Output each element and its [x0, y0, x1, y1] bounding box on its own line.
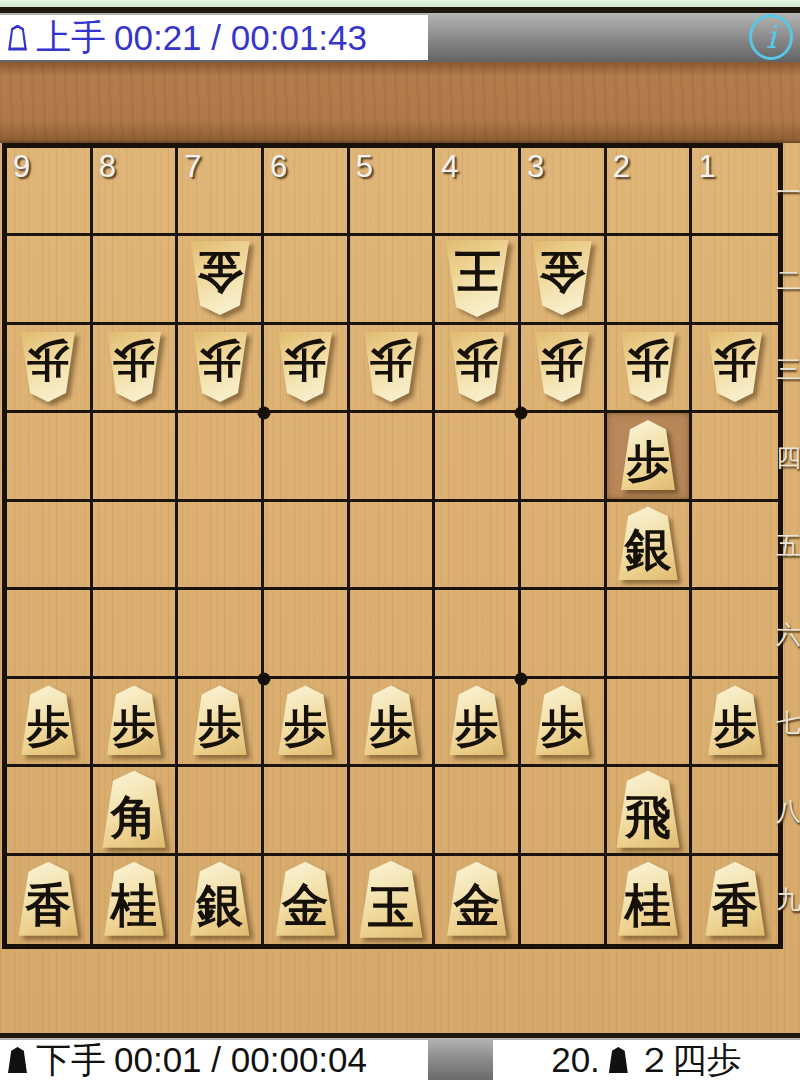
move-number: 20. — [551, 1040, 600, 1080]
board-frame-wood — [0, 62, 800, 143]
piece-kanji: 香 — [712, 882, 758, 928]
rank-label-7: 七 — [777, 679, 800, 767]
status-strip — [0, 0, 800, 7]
square-7-8[interactable] — [178, 767, 264, 855]
piece-sente-kei[interactable]: 桂 — [101, 862, 167, 936]
piece-sente-fu[interactable]: 歩 — [18, 685, 78, 755]
square-3-8[interactable] — [521, 767, 607, 855]
square-5-5[interactable] — [350, 502, 436, 590]
square-6-7[interactable]: 歩 — [264, 679, 350, 767]
piece-sente-kin[interactable]: 金 — [444, 862, 510, 936]
square-1-8[interactable] — [692, 767, 778, 855]
square-2-4[interactable]: 歩 — [607, 413, 693, 501]
gote-clock-panel: 上手 00:21 / 00:01:43 — [0, 15, 428, 60]
square-5-3[interactable]: 歩 — [350, 325, 436, 413]
shogi-board: 金王金歩歩歩歩歩歩歩歩歩歩銀歩歩歩歩歩歩歩歩角飛香桂銀金玉金桂香 9876543… — [2, 143, 783, 949]
rank-label-5: 五 — [777, 502, 800, 590]
piece-kanji: 歩 — [714, 705, 757, 748]
square-9-6[interactable] — [7, 590, 93, 678]
star-point — [257, 407, 270, 420]
square-1-5[interactable] — [692, 502, 778, 590]
piece-sente-fu[interactable]: 歩 — [532, 685, 592, 755]
piece-kanji: 歩 — [626, 339, 669, 382]
square-9-8[interactable] — [7, 767, 93, 855]
piece-kanji: 桂 — [625, 882, 671, 928]
star-point — [257, 672, 270, 685]
star-point — [515, 407, 528, 420]
piece-sente-fu[interactable]: 歩 — [361, 685, 421, 755]
piece-kanji: 飛 — [625, 794, 671, 840]
piece-gote-kin[interactable]: 金 — [187, 241, 253, 315]
square-2-2[interactable] — [607, 236, 693, 324]
piece-kanji: 歩 — [284, 705, 327, 748]
piece-gote-fu[interactable]: 歩 — [275, 332, 335, 402]
piece-gote-fu[interactable]: 歩 — [532, 332, 592, 402]
square-6-9[interactable]: 金 — [264, 856, 350, 944]
square-4-8[interactable] — [435, 767, 521, 855]
square-3-4[interactable] — [521, 413, 607, 501]
square-2-7[interactable] — [607, 679, 693, 767]
square-7-2[interactable]: 金 — [178, 236, 264, 324]
piece-kanji: 歩 — [27, 705, 70, 748]
square-5-1[interactable] — [350, 148, 436, 236]
piece-gote-fu[interactable]: 歩 — [18, 332, 78, 402]
piece-kanji: 歩 — [626, 440, 669, 483]
square-9-9[interactable]: 香 — [7, 856, 93, 944]
piece-kanji: 金 — [282, 882, 328, 928]
piece-kanji: 歩 — [455, 705, 498, 748]
piece-sente-fu[interactable]: 歩 — [705, 685, 765, 755]
piece-kanji: 歩 — [541, 339, 584, 382]
piece-gote-fu[interactable]: 歩 — [361, 332, 421, 402]
piece-sente-fu[interactable]: 歩 — [275, 685, 335, 755]
square-5-6[interactable] — [350, 590, 436, 678]
square-8-1[interactable] — [93, 148, 179, 236]
square-6-5[interactable] — [264, 502, 350, 590]
square-3-5[interactable] — [521, 502, 607, 590]
square-2-3[interactable]: 歩 — [607, 325, 693, 413]
piece-kanji: 金 — [197, 249, 243, 295]
square-3-1[interactable] — [521, 148, 607, 236]
square-1-2[interactable] — [692, 236, 778, 324]
piece-kanji: 銀 — [197, 882, 243, 928]
square-1-1[interactable] — [692, 148, 778, 236]
square-4-2[interactable]: 王 — [435, 236, 521, 324]
piece-kanji: 金 — [454, 882, 500, 928]
rank-labels: 一二三四五六七八九 — [777, 148, 800, 944]
piece-kanji: 歩 — [714, 339, 757, 382]
square-9-2[interactable] — [7, 236, 93, 324]
square-4-4[interactable] — [435, 413, 521, 501]
piece-kanji: 歩 — [455, 339, 498, 382]
square-2-1[interactable] — [607, 148, 693, 236]
square-7-1[interactable] — [178, 148, 264, 236]
square-3-7[interactable]: 歩 — [521, 679, 607, 767]
square-4-3[interactable]: 歩 — [435, 325, 521, 413]
square-2-9[interactable]: 桂 — [607, 856, 693, 944]
square-9-5[interactable] — [7, 502, 93, 590]
square-8-8[interactable]: 角 — [93, 767, 179, 855]
piece-gote-ou[interactable]: 王 — [442, 240, 512, 317]
piece-gote-fu[interactable]: 歩 — [447, 332, 507, 402]
square-8-3[interactable]: 歩 — [93, 325, 179, 413]
square-2-5[interactable]: 銀 — [607, 502, 693, 590]
square-3-2[interactable]: 金 — [521, 236, 607, 324]
square-7-6[interactable] — [178, 590, 264, 678]
square-5-8[interactable] — [350, 767, 436, 855]
square-6-3[interactable]: 歩 — [264, 325, 350, 413]
piece-sente-gin[interactable]: 銀 — [615, 506, 681, 580]
piece-sente-fu[interactable]: 歩 — [618, 420, 678, 490]
piece-kanji: 角 — [111, 794, 157, 840]
square-9-1[interactable] — [7, 148, 93, 236]
square-8-5[interactable] — [93, 502, 179, 590]
piece-sente-fu[interactable]: 歩 — [447, 685, 507, 755]
piece-kanji: 歩 — [112, 339, 155, 382]
piece-sente-kin[interactable]: 金 — [272, 862, 338, 936]
square-7-7[interactable]: 歩 — [178, 679, 264, 767]
piece-sente-kaku[interactable]: 角 — [99, 771, 169, 848]
square-6-8[interactable] — [264, 767, 350, 855]
square-1-9[interactable]: 香 — [692, 856, 778, 944]
piece-sente-kyo[interactable]: 香 — [702, 862, 768, 936]
last-move-panel: 20. ２四歩 — [493, 1040, 800, 1080]
square-1-4[interactable] — [692, 413, 778, 501]
square-3-3[interactable]: 歩 — [521, 325, 607, 413]
square-5-7[interactable]: 歩 — [350, 679, 436, 767]
rank-label-2: 二 — [777, 236, 800, 324]
piece-kanji: 歩 — [284, 339, 327, 382]
square-4-5[interactable] — [435, 502, 521, 590]
rank-label-8: 八 — [777, 767, 800, 855]
piece-kanji: 金 — [539, 249, 585, 295]
square-4-1[interactable] — [435, 148, 521, 236]
square-6-4[interactable] — [264, 413, 350, 501]
square-5-9[interactable]: 玉 — [350, 856, 436, 944]
square-8-7[interactable]: 歩 — [93, 679, 179, 767]
piece-gote-fu[interactable]: 歩 — [104, 332, 164, 402]
piece-kanji: 歩 — [198, 339, 241, 382]
piece-kanji: 銀 — [625, 526, 671, 572]
sente-player-label: 下手 — [36, 1037, 106, 1080]
square-4-9[interactable]: 金 — [435, 856, 521, 944]
square-7-5[interactable] — [178, 502, 264, 590]
piece-kanji: 歩 — [27, 339, 70, 382]
square-1-7[interactable]: 歩 — [692, 679, 778, 767]
piece-kanji: 歩 — [198, 705, 241, 748]
piece-gote-fu[interactable]: 歩 — [705, 332, 765, 402]
piece-sente-gyoku[interactable]: 玉 — [356, 861, 426, 938]
square-3-6[interactable] — [521, 590, 607, 678]
rank-label-3: 三 — [777, 325, 800, 413]
top-player-bar: 上手 00:21 / 00:01:43 i — [0, 13, 800, 62]
square-9-7[interactable]: 歩 — [7, 679, 93, 767]
square-9-4[interactable] — [7, 413, 93, 501]
rank-label-6: 六 — [777, 590, 800, 678]
square-8-9[interactable]: 桂 — [93, 856, 179, 944]
board-grid: 金王金歩歩歩歩歩歩歩歩歩歩銀歩歩歩歩歩歩歩歩角飛香桂銀金玉金桂香 — [7, 148, 778, 944]
bottom-player-bar: 下手 00:01 / 00:00:04 20. ２四歩 — [0, 1038, 800, 1080]
square-7-9[interactable]: 銀 — [178, 856, 264, 944]
square-9-3[interactable]: 歩 — [7, 325, 93, 413]
square-4-7[interactable]: 歩 — [435, 679, 521, 767]
rank-label-9: 九 — [777, 856, 800, 944]
square-6-1[interactable] — [264, 148, 350, 236]
gote-clock: 00:21 / 00:01:43 — [114, 18, 367, 58]
piece-kanji: 玉 — [368, 884, 414, 930]
piece-gote-fu[interactable]: 歩 — [618, 332, 678, 402]
square-6-6[interactable] — [264, 590, 350, 678]
square-2-8[interactable]: 飛 — [607, 767, 693, 855]
piece-kanji: 歩 — [541, 705, 584, 748]
sente-clock: 00:01 / 00:00:04 — [114, 1040, 367, 1080]
square-1-3[interactable]: 歩 — [692, 325, 778, 413]
rank-label-4: 四 — [777, 413, 800, 501]
square-8-6[interactable] — [93, 590, 179, 678]
square-5-2[interactable] — [350, 236, 436, 324]
star-point — [515, 672, 528, 685]
info-icon[interactable]: i — [749, 14, 793, 60]
sente-piece-icon — [7, 1047, 28, 1073]
square-8-4[interactable] — [93, 413, 179, 501]
piece-sente-kyo[interactable]: 香 — [15, 862, 81, 936]
piece-gote-fu[interactable]: 歩 — [190, 332, 250, 402]
square-1-6[interactable] — [692, 590, 778, 678]
square-3-9[interactable] — [521, 856, 607, 944]
piece-kanji: 香 — [25, 882, 71, 928]
sente-clock-panel: 下手 00:01 / 00:00:04 — [0, 1040, 428, 1080]
square-7-4[interactable] — [178, 413, 264, 501]
square-8-2[interactable] — [93, 236, 179, 324]
square-4-6[interactable] — [435, 590, 521, 678]
gote-piece-icon — [7, 25, 28, 51]
piece-sente-kei[interactable]: 桂 — [615, 862, 681, 936]
piece-kanji: 王 — [454, 248, 500, 294]
piece-kanji: 歩 — [112, 705, 155, 748]
last-move-text: ２四歩 — [637, 1037, 742, 1080]
piece-sente-hisha[interactable]: 飛 — [613, 771, 683, 848]
square-6-2[interactable] — [264, 236, 350, 324]
square-2-6[interactable] — [607, 590, 693, 678]
piece-kanji: 歩 — [369, 705, 412, 748]
sente-move-icon — [608, 1047, 629, 1073]
piece-kanji: 歩 — [369, 339, 412, 382]
square-5-4[interactable] — [350, 413, 436, 501]
piece-gote-kin[interactable]: 金 — [529, 241, 595, 315]
piece-sente-gin[interactable]: 銀 — [187, 862, 253, 936]
piece-kanji: 桂 — [111, 882, 157, 928]
piece-sente-fu[interactable]: 歩 — [104, 685, 164, 755]
square-7-3[interactable]: 歩 — [178, 325, 264, 413]
rank-label-1: 一 — [777, 148, 800, 236]
piece-sente-fu[interactable]: 歩 — [190, 685, 250, 755]
gote-player-label: 上手 — [36, 14, 106, 61]
